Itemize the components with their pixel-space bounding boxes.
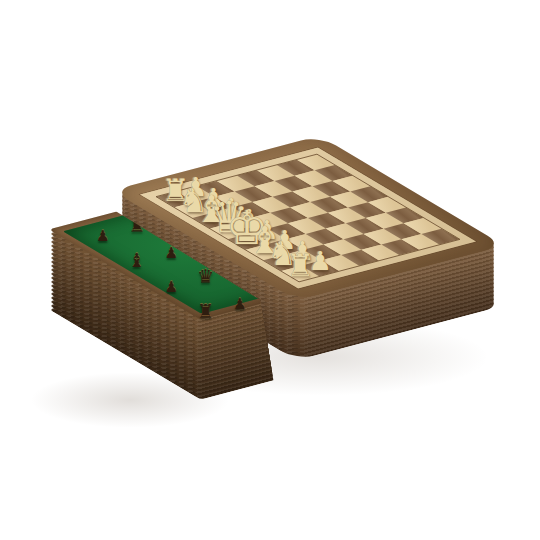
chess-set-photo: ♟♜♟♝♟♞♟♛♟♜♟♝ ♟♟♟♟♟♟♟♟♜♞♝♛♚♝♞♜ bbox=[0, 0, 540, 540]
